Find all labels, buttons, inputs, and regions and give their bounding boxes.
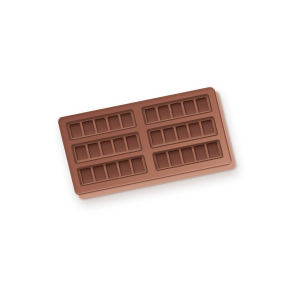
bar-segment-well bbox=[195, 96, 209, 112]
bar-segment-well bbox=[188, 122, 202, 138]
bar-segment-well bbox=[131, 157, 145, 173]
bar-segment-well bbox=[181, 147, 195, 163]
bar-segment-well bbox=[68, 122, 82, 138]
bar-segment-well bbox=[175, 124, 189, 140]
bar-segment-well bbox=[201, 119, 215, 135]
bar-segment-well bbox=[107, 114, 121, 130]
product-photo-canvas bbox=[0, 0, 300, 300]
bar-segment-well bbox=[100, 140, 114, 156]
bar-segment-well bbox=[74, 145, 88, 161]
bar-segment-well bbox=[155, 152, 169, 168]
bar-segment-well bbox=[81, 120, 95, 136]
bar-segment-well bbox=[125, 134, 139, 150]
bar-segment-well bbox=[92, 165, 106, 181]
bar-segment-well bbox=[168, 150, 182, 166]
mould-top-face bbox=[57, 86, 233, 196]
bar-segment-well bbox=[162, 127, 176, 143]
bar-segment-well bbox=[118, 160, 132, 176]
bar-segment-well bbox=[170, 102, 184, 118]
bar-segment-well bbox=[193, 144, 207, 160]
bar-segment-well bbox=[206, 142, 220, 158]
bar-segment-well bbox=[157, 104, 171, 120]
bar-segment-well bbox=[113, 137, 127, 153]
bar-segment-well bbox=[120, 112, 134, 128]
bar-segment-well bbox=[144, 107, 158, 123]
bar-segment-well bbox=[105, 162, 119, 178]
bar-segment-well bbox=[87, 142, 101, 158]
bar-segment-well bbox=[94, 117, 108, 133]
chocolate-bar-mould bbox=[57, 86, 233, 196]
bar-segment-well bbox=[183, 99, 197, 115]
bar-segment-well bbox=[79, 168, 93, 184]
bar-segment-well bbox=[149, 130, 163, 146]
